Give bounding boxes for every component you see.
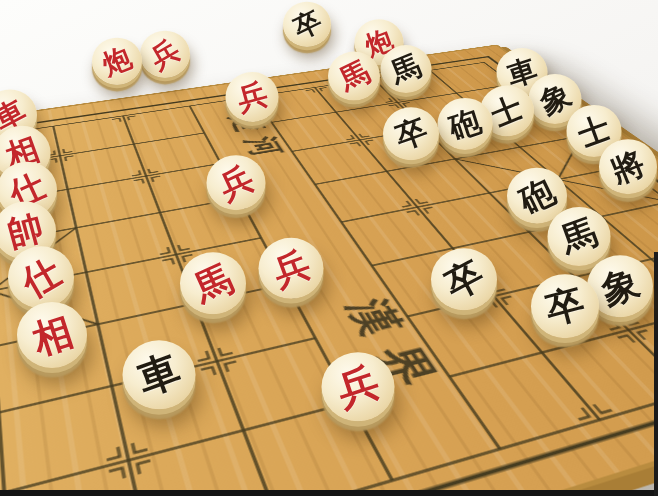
piece-red-advisor[interactable]: 仕 (8, 246, 74, 308)
piece-character: 象 (597, 263, 644, 310)
piece-character: 相 (27, 310, 76, 359)
piece-red-elephant[interactable]: 相 (17, 302, 87, 368)
photo-border-bottom (0, 490, 658, 496)
piece-character: 卒 (289, 6, 325, 42)
piece-black-rook[interactable]: 車 (123, 340, 196, 409)
piece-character: 馬 (557, 214, 602, 259)
piece-character: 卒 (542, 283, 589, 330)
piece-character: 馬 (335, 57, 374, 96)
piece-red-cannon[interactable]: 炮 (92, 38, 142, 85)
photo-stage: 楚河 漢界 卒炮兵炮馬車馬兵象士車砲士卒相將兵仕砲帥馬兵仕卒馬象卒相車兵 (0, 0, 658, 496)
piece-character: 士 (574, 111, 614, 151)
piece-character: 象 (535, 79, 575, 119)
piece-character: 士 (487, 91, 526, 130)
piece-black-king[interactable]: 將 (599, 139, 657, 194)
piece-red-soldier[interactable]: 兵 (207, 155, 266, 210)
piece-character: 仕 (16, 252, 67, 303)
photo-border-right (654, 252, 658, 496)
piece-red-soldier[interactable]: 兵 (226, 72, 279, 122)
piece-red-soldier[interactable]: 兵 (322, 352, 395, 421)
piece-black-horse[interactable]: 馬 (548, 207, 611, 266)
piece-black-soldier[interactable]: 卒 (283, 2, 331, 47)
piece-character: 馬 (189, 259, 238, 308)
piece-character: 兵 (332, 361, 384, 413)
piece-character: 兵 (268, 245, 314, 291)
piece-character: 砲 (514, 173, 559, 218)
piece-character: 車 (133, 349, 186, 402)
piece-character: 卒 (439, 254, 489, 304)
piece-character: 砲 (445, 104, 484, 143)
piece-red-horse[interactable]: 馬 (328, 52, 380, 101)
piece-character: 卒 (391, 114, 431, 154)
piece-black-soldier[interactable]: 卒 (531, 274, 599, 338)
piece-black-horse[interactable]: 馬 (381, 45, 432, 93)
piece-character: 馬 (387, 50, 425, 88)
piece-character: 將 (607, 146, 649, 188)
piece-character: 炮 (99, 43, 135, 79)
pieces-layer: 卒炮兵炮馬車馬兵象士車砲士卒相將兵仕砲帥馬兵仕卒馬象卒相車兵 (0, 0, 658, 496)
piece-red-horse[interactable]: 馬 (180, 252, 246, 314)
piece-black-soldier[interactable]: 卒 (383, 107, 439, 160)
piece-character: 兵 (146, 35, 184, 73)
piece-character: 兵 (214, 161, 258, 205)
piece-character: 兵 (234, 79, 271, 116)
piece-black-soldier[interactable]: 卒 (431, 248, 497, 310)
piece-red-soldier[interactable]: 兵 (140, 31, 190, 78)
piece-red-soldier[interactable]: 兵 (259, 238, 324, 299)
piece-black-cannon[interactable]: 砲 (438, 98, 493, 150)
